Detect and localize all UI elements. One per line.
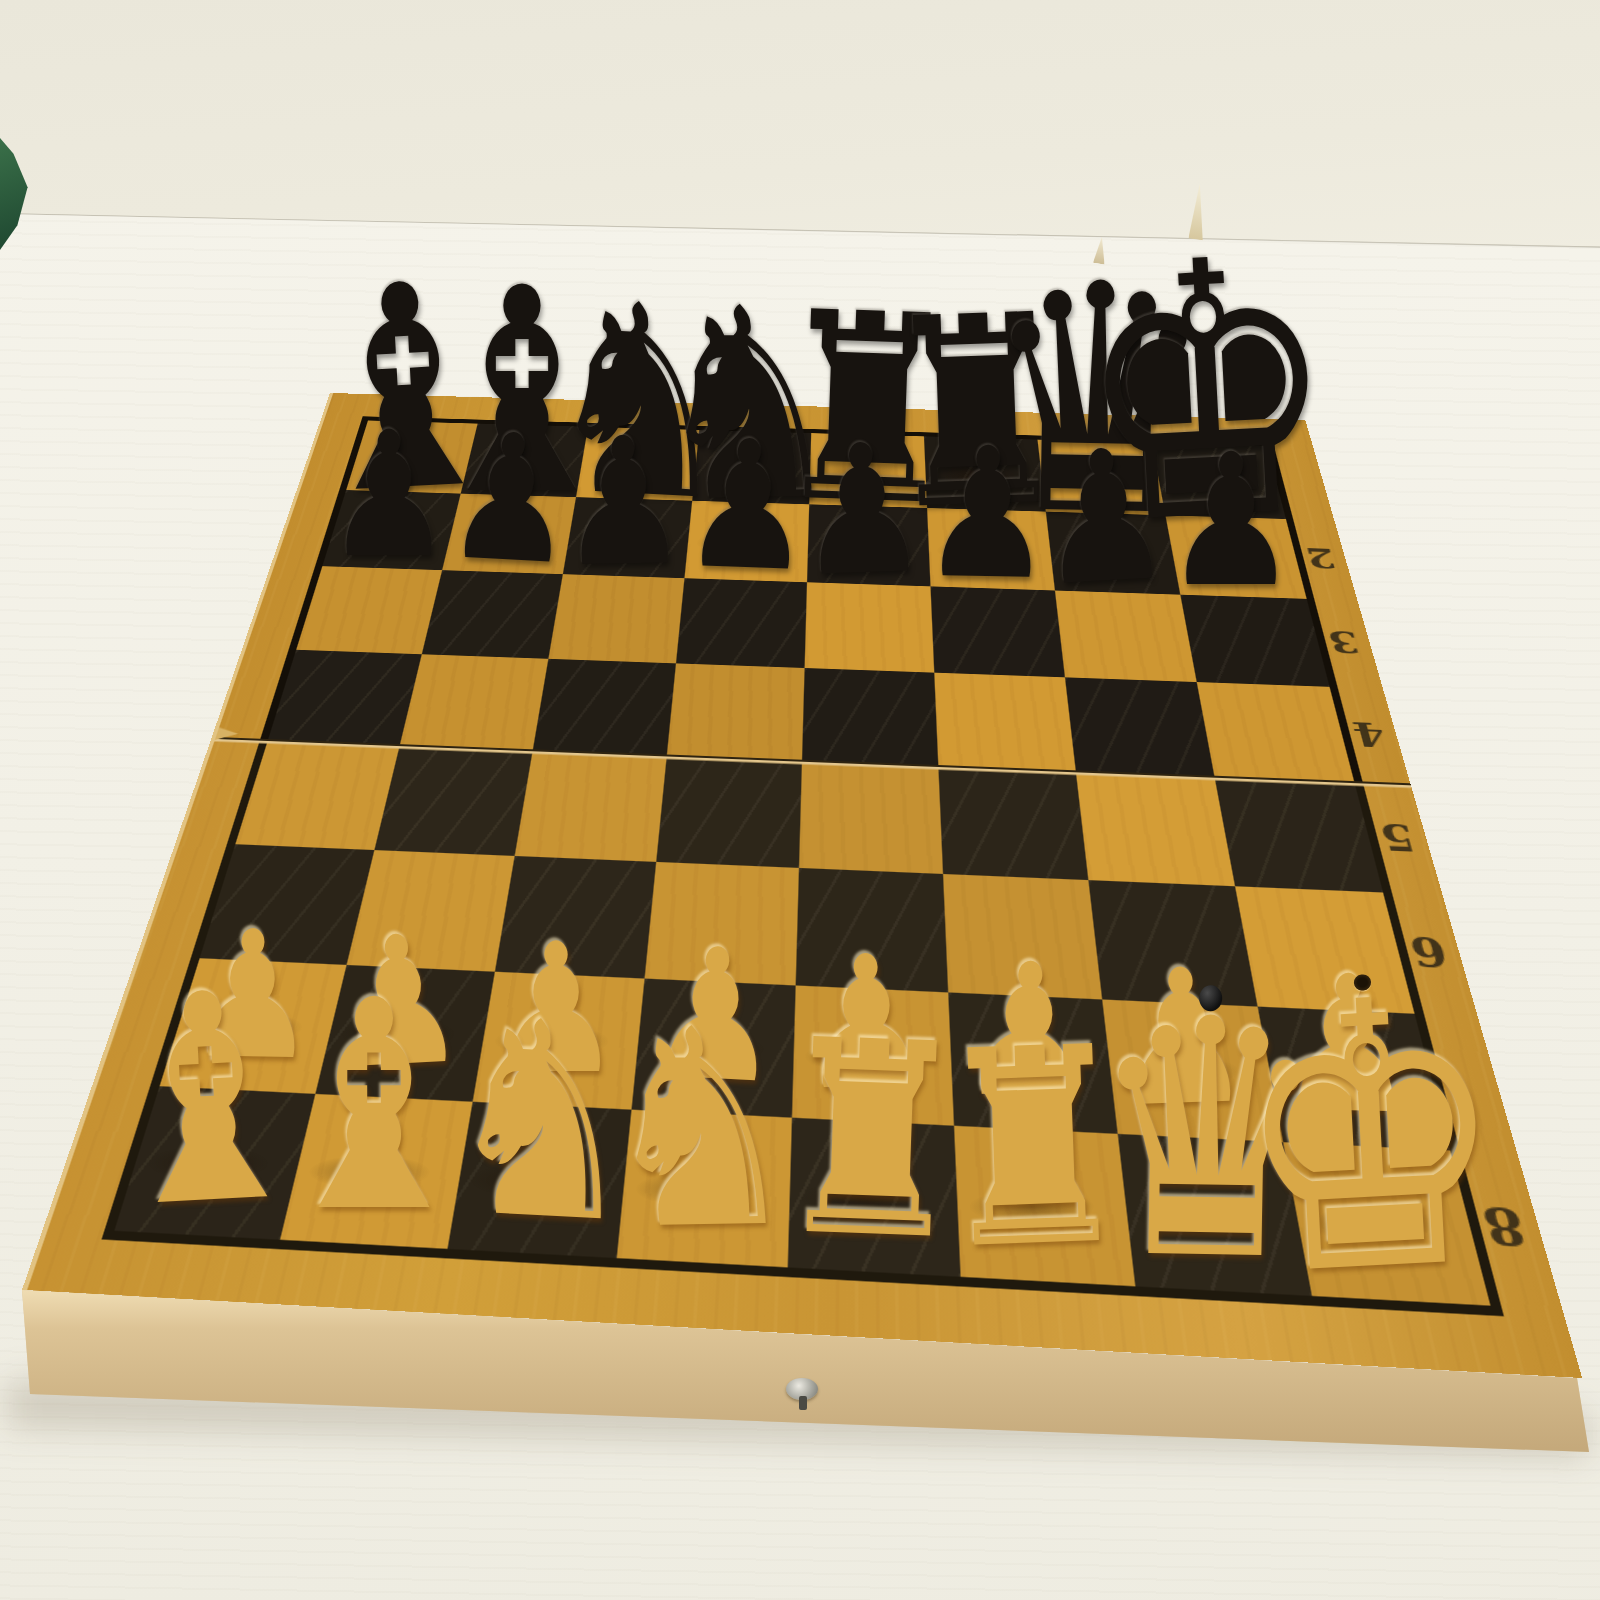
- square-d3: [676, 578, 807, 668]
- square-g3: [1055, 591, 1197, 683]
- photo-scene: 234568 ♝♝♞♞♜♜♛♚♟♟♟♟♟♟♟♟♟♟♟♟♟♟♟♟♝♝♞♞♜♜♛♚: [0, 0, 1600, 1600]
- square-c2: [563, 497, 692, 578]
- square-e4: [802, 668, 938, 768]
- square-b1: [461, 424, 588, 498]
- square-a1: [346, 420, 477, 493]
- square-g2: [1046, 512, 1181, 595]
- rank-label-4: 4: [1337, 714, 1402, 754]
- square-g4: [1065, 677, 1215, 778]
- rank-label-3: 3: [1313, 623, 1374, 659]
- square-b4: [399, 654, 548, 752]
- square-c4: [532, 659, 676, 758]
- square-g1: [1037, 440, 1165, 516]
- square-d4: [667, 663, 805, 762]
- square-f1: [924, 436, 1046, 511]
- square-e1: [809, 433, 927, 508]
- square-b3: [422, 570, 563, 659]
- square-f2: [927, 508, 1055, 591]
- square-a4: [267, 650, 421, 747]
- square-c3: [548, 574, 684, 663]
- square-e3: [805, 582, 935, 672]
- square-d2: [684, 501, 809, 583]
- square-f4: [934, 673, 1076, 774]
- square-a2: [322, 490, 460, 570]
- square-b2: [442, 494, 576, 575]
- square-h2: [1165, 515, 1306, 599]
- rank-label-2: 2: [1292, 541, 1350, 574]
- square-c1: [576, 427, 699, 501]
- square-d1: [692, 430, 811, 504]
- square-e2: [807, 504, 930, 586]
- metal-latch-pin: [799, 1396, 807, 1410]
- square-a3: [296, 566, 442, 654]
- near-half-tint: [27, 740, 1582, 1378]
- square-h3: [1180, 595, 1329, 687]
- square-h4: [1197, 682, 1355, 784]
- square-h1: [1152, 443, 1286, 519]
- square-f3: [930, 586, 1064, 677]
